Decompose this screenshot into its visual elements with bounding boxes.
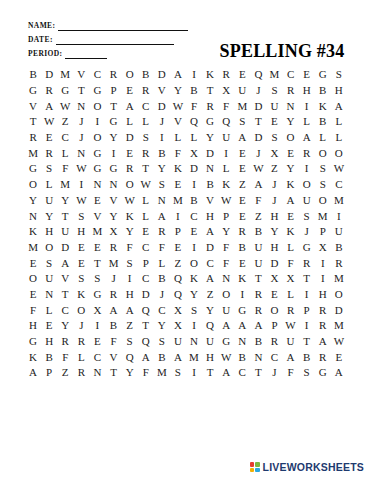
grid-cell-letter[interactable]: A <box>57 255 73 271</box>
grid-cell-letter[interactable]: Y <box>41 208 57 224</box>
grid-cell-letter[interactable]: H <box>202 349 218 365</box>
grid-cell-letter[interactable]: S <box>315 161 331 177</box>
grid-cell-letter[interactable]: K <box>234 271 250 287</box>
grid-cell-letter[interactable]: R <box>299 145 315 161</box>
grid-cell-letter[interactable]: B <box>202 177 218 193</box>
grid-cell-letter[interactable]: S <box>315 177 331 193</box>
grid-cell-letter[interactable]: S <box>266 130 282 146</box>
grid-cell-letter[interactable]: T <box>299 334 315 350</box>
grid-cell-letter[interactable]: F <box>186 98 202 114</box>
grid-cell-letter[interactable]: Y <box>122 365 138 381</box>
grid-cell-letter[interactable]: D <box>122 130 138 146</box>
grid-cell-letter[interactable]: D <box>57 240 73 256</box>
grid-cell-letter[interactable]: H <box>202 208 218 224</box>
grid-cell-letter[interactable]: L <box>170 130 186 146</box>
grid-cell-letter[interactable]: Y <box>122 224 138 240</box>
grid-cell-letter[interactable]: M <box>89 224 105 240</box>
grid-cell-letter[interactable]: T <box>250 114 266 130</box>
grid-cell-letter[interactable]: Y <box>170 83 186 99</box>
grid-cell-letter[interactable]: D <box>186 161 202 177</box>
grid-cell-letter[interactable]: G <box>315 365 331 381</box>
grid-cell-letter[interactable]: J <box>299 224 315 240</box>
grid-cell-letter[interactable]: H <box>331 83 347 99</box>
grid-cell-letter[interactable]: I <box>73 177 89 193</box>
grid-cell-letter[interactable]: N <box>41 287 57 303</box>
grid-cell-letter[interactable]: F <box>105 334 121 350</box>
grid-cell-letter[interactable]: O <box>331 145 347 161</box>
grid-cell-letter[interactable]: B <box>315 83 331 99</box>
grid-cell-letter[interactable]: X <box>186 145 202 161</box>
grid-cell-letter[interactable]: R <box>234 224 250 240</box>
grid-cell-letter[interactable]: A <box>315 334 331 350</box>
grid-cell-letter[interactable]: K <box>25 224 41 240</box>
grid-cell-letter[interactable]: G <box>105 161 121 177</box>
grid-cell-letter[interactable]: R <box>250 287 266 303</box>
grid-cell-letter[interactable]: E <box>122 83 138 99</box>
grid-cell-letter[interactable]: B <box>299 349 315 365</box>
grid-cell-letter[interactable]: O <box>186 255 202 271</box>
grid-cell-letter[interactable]: N <box>234 334 250 350</box>
grid-cell-letter[interactable]: U <box>234 83 250 99</box>
grid-cell-letter[interactable]: T <box>202 365 218 381</box>
grid-cell-letter[interactable]: E <box>299 67 315 83</box>
grid-cell-letter[interactable]: I <box>122 271 138 287</box>
grid-cell-letter[interactable]: H <box>266 208 282 224</box>
grid-cell-letter[interactable]: G <box>25 161 41 177</box>
grid-cell-letter[interactable]: Z <box>57 114 73 130</box>
grid-cell-letter[interactable]: J <box>154 287 170 303</box>
grid-cell-letter[interactable]: M <box>25 145 41 161</box>
grid-cell-letter[interactable]: I <box>186 67 202 83</box>
grid-cell-letter[interactable]: R <box>105 240 121 256</box>
grid-cell-letter[interactable]: S <box>73 271 89 287</box>
grid-cell-letter[interactable]: C <box>138 240 154 256</box>
grid-cell-letter[interactable]: Y <box>218 224 234 240</box>
grid-cell-letter[interactable]: F <box>218 98 234 114</box>
grid-cell-letter[interactable]: S <box>170 365 186 381</box>
grid-cell-letter[interactable]: F <box>283 255 299 271</box>
grid-cell-letter[interactable]: D <box>202 240 218 256</box>
grid-cell-letter[interactable]: M <box>186 349 202 365</box>
grid-cell-letter[interactable]: A <box>170 349 186 365</box>
grid-cell-letter[interactable]: O <box>122 177 138 193</box>
grid-cell-letter[interactable]: P <box>315 224 331 240</box>
grid-cell-letter[interactable]: J <box>73 130 89 146</box>
grid-cell-letter[interactable]: M <box>234 98 250 114</box>
grid-cell-letter[interactable]: I <box>186 365 202 381</box>
grid-cell-letter[interactable]: Z <box>266 161 282 177</box>
grid-cell-letter[interactable]: A <box>218 365 234 381</box>
grid-cell-letter[interactable]: N <box>89 365 105 381</box>
grid-cell-letter[interactable]: W <box>250 161 266 177</box>
grid-cell-letter[interactable]: L <box>73 349 89 365</box>
grid-cell-letter[interactable]: M <box>57 177 73 193</box>
grid-cell-letter[interactable]: I <box>299 318 315 334</box>
grid-cell-letter[interactable]: C <box>89 349 105 365</box>
grid-cell-letter[interactable]: A <box>283 349 299 365</box>
grid-cell-letter[interactable]: J <box>73 114 89 130</box>
grid-cell-letter[interactable]: B <box>186 193 202 209</box>
grid-cell-letter[interactable]: M <box>315 208 331 224</box>
grid-cell-letter[interactable]: S <box>41 255 57 271</box>
grid-cell-letter[interactable]: A <box>138 349 154 365</box>
grid-cell-letter[interactable]: G <box>299 240 315 256</box>
grid-cell-letter[interactable]: P <box>266 318 282 334</box>
grid-cell-letter[interactable]: G <box>57 83 73 99</box>
grid-cell-letter[interactable]: L <box>315 130 331 146</box>
grid-cell-letter[interactable]: V <box>25 98 41 114</box>
grid-cell-letter[interactable]: N <box>283 98 299 114</box>
grid-cell-letter[interactable]: E <box>73 255 89 271</box>
grid-cell-letter[interactable]: N <box>73 145 89 161</box>
grid-cell-letter[interactable]: M <box>57 67 73 83</box>
grid-cell-letter[interactable]: N <box>186 334 202 350</box>
grid-cell-letter[interactable]: J <box>266 193 282 209</box>
grid-cell-letter[interactable]: U <box>170 334 186 350</box>
grid-cell-letter[interactable]: R <box>154 224 170 240</box>
grid-cell-letter[interactable]: I <box>315 271 331 287</box>
grid-cell-letter[interactable]: N <box>25 208 41 224</box>
grid-cell-letter[interactable]: A <box>299 130 315 146</box>
grid-cell-letter[interactable]: C <box>89 67 105 83</box>
grid-cell-letter[interactable]: E <box>266 114 282 130</box>
grid-cell-letter[interactable]: I <box>89 114 105 130</box>
grid-cell-letter[interactable]: H <box>41 334 57 350</box>
grid-cell-letter[interactable]: N <box>73 98 89 114</box>
grid-cell-letter[interactable]: R <box>202 98 218 114</box>
grid-cell-letter[interactable]: L <box>41 177 57 193</box>
grid-cell-letter[interactable]: M <box>331 193 347 209</box>
grid-cell-letter[interactable]: E <box>89 334 105 350</box>
grid-cell-letter[interactable]: G <box>25 334 41 350</box>
grid-cell-letter[interactable]: U <box>266 98 282 114</box>
grid-cell-letter[interactable]: I <box>299 287 315 303</box>
grid-cell-letter[interactable]: J <box>105 271 121 287</box>
grid-cell-letter[interactable]: G <box>234 302 250 318</box>
grid-cell-letter[interactable]: C <box>154 302 170 318</box>
grid-cell-letter[interactable]: B <box>154 145 170 161</box>
grid-cell-letter[interactable]: G <box>315 67 331 83</box>
grid-cell-letter[interactable]: E <box>331 349 347 365</box>
grid-cell-letter[interactable]: U <box>57 224 73 240</box>
grid-cell-letter[interactable]: G <box>218 334 234 350</box>
grid-cell-letter[interactable]: V <box>105 193 121 209</box>
grid-cell-letter[interactable]: O <box>331 287 347 303</box>
grid-cell-letter[interactable]: V <box>105 349 121 365</box>
grid-cell-letter[interactable]: T <box>250 365 266 381</box>
grid-cell-letter[interactable]: B <box>250 334 266 350</box>
grid-cell-letter[interactable]: E <box>122 145 138 161</box>
grid-cell-letter[interactable]: E <box>234 161 250 177</box>
grid-cell-letter[interactable]: Y <box>186 287 202 303</box>
grid-cell-letter[interactable]: J <box>266 177 282 193</box>
grid-cell-letter[interactable]: I <box>105 145 121 161</box>
grid-cell-letter[interactable]: L <box>138 208 154 224</box>
grid-cell-letter[interactable]: O <box>25 177 41 193</box>
grid-cell-letter[interactable]: L <box>138 193 154 209</box>
grid-cell-letter[interactable]: R <box>41 83 57 99</box>
grid-cell-letter[interactable]: I <box>170 208 186 224</box>
grid-cell-letter[interactable]: R <box>105 67 121 83</box>
grid-cell-letter[interactable]: U <box>283 334 299 350</box>
grid-cell-letter[interactable]: Y <box>266 224 282 240</box>
grid-cell-letter[interactable]: Y <box>154 318 170 334</box>
grid-cell-letter[interactable]: P <box>170 224 186 240</box>
grid-cell-letter[interactable]: F <box>25 302 41 318</box>
grid-cell-letter[interactable]: Y <box>154 161 170 177</box>
grid-cell-letter[interactable]: Y <box>283 114 299 130</box>
grid-cell-letter[interactable]: A <box>283 193 299 209</box>
grid-cell-letter[interactable]: L <box>57 145 73 161</box>
grid-cell-letter[interactable]: C <box>57 302 73 318</box>
grid-cell-letter[interactable]: E <box>25 287 41 303</box>
grid-cell-letter[interactable]: S <box>234 114 250 130</box>
grid-cell-letter[interactable]: H <box>299 83 315 99</box>
grid-cell-letter[interactable]: R <box>122 161 138 177</box>
grid-cell-letter[interactable]: Z <box>170 255 186 271</box>
grid-cell-letter[interactable]: C <box>186 208 202 224</box>
grid-cell-letter[interactable]: O <box>266 302 282 318</box>
grid-cell-letter[interactable]: C <box>138 271 154 287</box>
grid-cell-letter[interactable]: S <box>331 67 347 83</box>
grid-cell-letter[interactable]: B <box>138 67 154 83</box>
grid-cell-letter[interactable]: W <box>218 349 234 365</box>
grid-cell-letter[interactable]: L <box>154 255 170 271</box>
grid-cell-letter[interactable]: D <box>138 287 154 303</box>
grid-cell-letter[interactable]: Q <box>186 114 202 130</box>
grid-cell-letter[interactable]: O <box>218 287 234 303</box>
grid-cell-letter[interactable]: Q <box>170 287 186 303</box>
grid-cell-letter[interactable]: L <box>283 240 299 256</box>
grid-cell-letter[interactable]: T <box>105 98 121 114</box>
grid-cell-letter[interactable]: P <box>105 83 121 99</box>
grid-cell-letter[interactable]: Y <box>25 193 41 209</box>
grid-cell-letter[interactable]: S <box>186 302 202 318</box>
grid-cell-letter[interactable]: R <box>315 302 331 318</box>
grid-cell-letter[interactable]: J <box>73 318 89 334</box>
grid-cell-letter[interactable]: A <box>234 130 250 146</box>
grid-cell-letter[interactable]: S <box>122 334 138 350</box>
grid-cell-letter[interactable]: E <box>73 240 89 256</box>
grid-cell-letter[interactable]: E <box>234 193 250 209</box>
grid-cell-letter[interactable]: I <box>186 240 202 256</box>
grid-cell-letter[interactable]: X <box>218 83 234 99</box>
grid-cell-letter[interactable]: I <box>89 318 105 334</box>
grid-cell-letter[interactable]: U <box>250 240 266 256</box>
grid-cell-letter[interactable]: F <box>250 193 266 209</box>
grid-cell-letter[interactable]: N <box>250 349 266 365</box>
grid-cell-letter[interactable]: Q <box>138 334 154 350</box>
period-input-line[interactable] <box>65 49 107 59</box>
grid-cell-letter[interactable]: N <box>154 193 170 209</box>
grid-cell-letter[interactable]: J <box>250 145 266 161</box>
grid-cell-letter[interactable]: G <box>25 83 41 99</box>
grid-cell-letter[interactable]: I <box>315 255 331 271</box>
grid-cell-letter[interactable]: L <box>138 114 154 130</box>
grid-cell-letter[interactable]: A <box>202 224 218 240</box>
grid-cell-letter[interactable]: K <box>315 98 331 114</box>
grid-cell-letter[interactable]: W <box>138 177 154 193</box>
grid-cell-letter[interactable]: A <box>250 318 266 334</box>
grid-cell-letter[interactable]: O <box>315 193 331 209</box>
grid-cell-letter[interactable]: M <box>266 67 282 83</box>
grid-cell-letter[interactable]: B <box>315 114 331 130</box>
grid-cell-letter[interactable]: G <box>89 161 105 177</box>
grid-cell-letter[interactable]: L <box>331 130 347 146</box>
grid-cell-letter[interactable]: R <box>283 302 299 318</box>
grid-cell-letter[interactable]: X <box>266 271 282 287</box>
grid-cell-letter[interactable]: S <box>299 208 315 224</box>
grid-cell-letter[interactable]: G <box>105 114 121 130</box>
grid-cell-letter[interactable]: K <box>122 208 138 224</box>
grid-cell-letter[interactable]: F <box>218 240 234 256</box>
grid-cell-letter[interactable]: L <box>283 287 299 303</box>
grid-cell-letter[interactable]: T <box>299 271 315 287</box>
grid-cell-letter[interactable]: A <box>41 98 57 114</box>
grid-cell-letter[interactable]: Q <box>170 271 186 287</box>
grid-cell-letter[interactable]: R <box>283 83 299 99</box>
grid-cell-letter[interactable]: M <box>105 255 121 271</box>
grid-cell-letter[interactable]: R <box>266 334 282 350</box>
grid-cell-letter[interactable]: R <box>73 334 89 350</box>
grid-cell-letter[interactable]: T <box>73 83 89 99</box>
grid-cell-letter[interactable]: I <box>234 287 250 303</box>
grid-cell-letter[interactable]: R <box>105 287 121 303</box>
grid-cell-letter[interactable]: S <box>73 208 89 224</box>
grid-cell-letter[interactable]: I <box>218 145 234 161</box>
grid-cell-letter[interactable]: K <box>73 287 89 303</box>
grid-cell-letter[interactable]: S <box>41 161 57 177</box>
grid-cell-letter[interactable]: F <box>138 365 154 381</box>
grid-cell-letter[interactable]: V <box>73 67 89 83</box>
grid-cell-letter[interactable]: T <box>138 161 154 177</box>
grid-cell-letter[interactable]: E <box>283 208 299 224</box>
grid-cell-letter[interactable]: C <box>57 130 73 146</box>
grid-cell-letter[interactable]: L <box>218 161 234 177</box>
grid-cell-letter[interactable]: R <box>73 365 89 381</box>
grid-cell-letter[interactable]: R <box>25 130 41 146</box>
grid-cell-letter[interactable]: B <box>25 67 41 83</box>
grid-cell-letter[interactable]: E <box>170 240 186 256</box>
grid-cell-letter[interactable]: E <box>89 240 105 256</box>
grid-cell-letter[interactable]: D <box>331 302 347 318</box>
grid-cell-letter[interactable]: D <box>266 255 282 271</box>
grid-cell-letter[interactable]: V <box>89 208 105 224</box>
grid-cell-letter[interactable]: K <box>202 67 218 83</box>
grid-cell-letter[interactable]: D <box>41 67 57 83</box>
grid-cell-letter[interactable]: A <box>122 302 138 318</box>
grid-cell-letter[interactable]: T <box>57 287 73 303</box>
grid-cell-letter[interactable]: V <box>57 271 73 287</box>
grid-cell-letter[interactable]: X <box>105 224 121 240</box>
grid-cell-letter[interactable]: X <box>170 302 186 318</box>
grid-cell-letter[interactable]: F <box>122 240 138 256</box>
grid-cell-letter[interactable]: H <box>25 318 41 334</box>
grid-cell-letter[interactable]: Y <box>57 318 73 334</box>
grid-cell-letter[interactable]: N <box>202 161 218 177</box>
grid-cell-letter[interactable]: S <box>154 334 170 350</box>
grid-cell-letter[interactable]: O <box>122 67 138 83</box>
grid-cell-letter[interactable]: W <box>73 193 89 209</box>
grid-cell-letter[interactable]: M <box>331 271 347 287</box>
grid-cell-letter[interactable]: W <box>218 193 234 209</box>
grid-cell-letter[interactable]: S <box>154 177 170 193</box>
grid-cell-letter[interactable]: O <box>89 98 105 114</box>
grid-cell-letter[interactable]: B <box>186 83 202 99</box>
grid-cell-letter[interactable]: B <box>105 318 121 334</box>
grid-cell-letter[interactable]: H <box>73 224 89 240</box>
grid-cell-letter[interactable]: A <box>170 67 186 83</box>
grid-cell-letter[interactable]: Y <box>105 130 121 146</box>
grid-cell-letter[interactable]: Q <box>202 318 218 334</box>
grid-cell-letter[interactable]: A <box>202 271 218 287</box>
grid-cell-letter[interactable]: A <box>122 98 138 114</box>
grid-cell-letter[interactable]: B <box>331 240 347 256</box>
grid-cell-letter[interactable]: Z <box>250 208 266 224</box>
grid-cell-letter[interactable]: W <box>170 98 186 114</box>
grid-cell-letter[interactable]: B <box>234 240 250 256</box>
grid-cell-letter[interactable]: D <box>154 67 170 83</box>
grid-cell-letter[interactable]: C <box>234 365 250 381</box>
grid-cell-letter[interactable]: X <box>283 271 299 287</box>
grid-cell-letter[interactable]: F <box>170 145 186 161</box>
grid-cell-letter[interactable]: M <box>170 193 186 209</box>
grid-cell-letter[interactable]: R <box>331 255 347 271</box>
grid-cell-letter[interactable]: H <box>41 224 57 240</box>
grid-cell-letter[interactable]: B <box>234 349 250 365</box>
grid-cell-letter[interactable]: R <box>315 349 331 365</box>
grid-cell-letter[interactable]: L <box>41 302 57 318</box>
grid-cell-letter[interactable]: H <box>266 240 282 256</box>
grid-cell-letter[interactable]: G <box>89 83 105 99</box>
grid-cell-letter[interactable]: A <box>331 98 347 114</box>
grid-cell-letter[interactable]: I <box>186 318 202 334</box>
grid-cell-letter[interactable]: R <box>138 145 154 161</box>
grid-cell-letter[interactable]: I <box>186 177 202 193</box>
grid-cell-letter[interactable]: W <box>41 114 57 130</box>
grid-cell-letter[interactable]: Y <box>105 208 121 224</box>
grid-cell-letter[interactable]: R <box>250 302 266 318</box>
grid-cell-letter[interactable]: T <box>105 365 121 381</box>
grid-cell-letter[interactable]: U <box>218 302 234 318</box>
grid-cell-letter[interactable]: T <box>57 208 73 224</box>
grid-cell-letter[interactable]: W <box>331 334 347 350</box>
grid-cell-letter[interactable]: L <box>186 130 202 146</box>
grid-cell-letter[interactable]: Y <box>202 130 218 146</box>
date-input-line[interactable] <box>56 35 174 45</box>
grid-cell-letter[interactable]: U <box>250 255 266 271</box>
grid-cell-letter[interactable]: Q <box>218 114 234 130</box>
grid-cell-letter[interactable]: G <box>202 114 218 130</box>
grid-cell-letter[interactable]: P <box>299 302 315 318</box>
name-input-line[interactable] <box>58 21 188 31</box>
grid-cell-letter[interactable]: G <box>89 287 105 303</box>
grid-cell-letter[interactable]: E <box>170 177 186 193</box>
grid-cell-letter[interactable]: N <box>105 177 121 193</box>
grid-cell-letter[interactable]: I <box>154 130 170 146</box>
grid-cell-letter[interactable]: B <box>41 349 57 365</box>
grid-cell-letter[interactable]: W <box>73 161 89 177</box>
grid-cell-letter[interactable]: H <box>315 287 331 303</box>
grid-cell-letter[interactable]: T <box>25 114 41 130</box>
grid-cell-letter[interactable]: M <box>331 318 347 334</box>
grid-cell-letter[interactable]: S <box>89 271 105 287</box>
grid-cell-letter[interactable]: A <box>250 177 266 193</box>
grid-cell-letter[interactable]: R <box>218 67 234 83</box>
grid-cell-letter[interactable]: T <box>138 318 154 334</box>
grid-cell-letter[interactable]: K <box>218 177 234 193</box>
grid-cell-letter[interactable]: W <box>283 318 299 334</box>
